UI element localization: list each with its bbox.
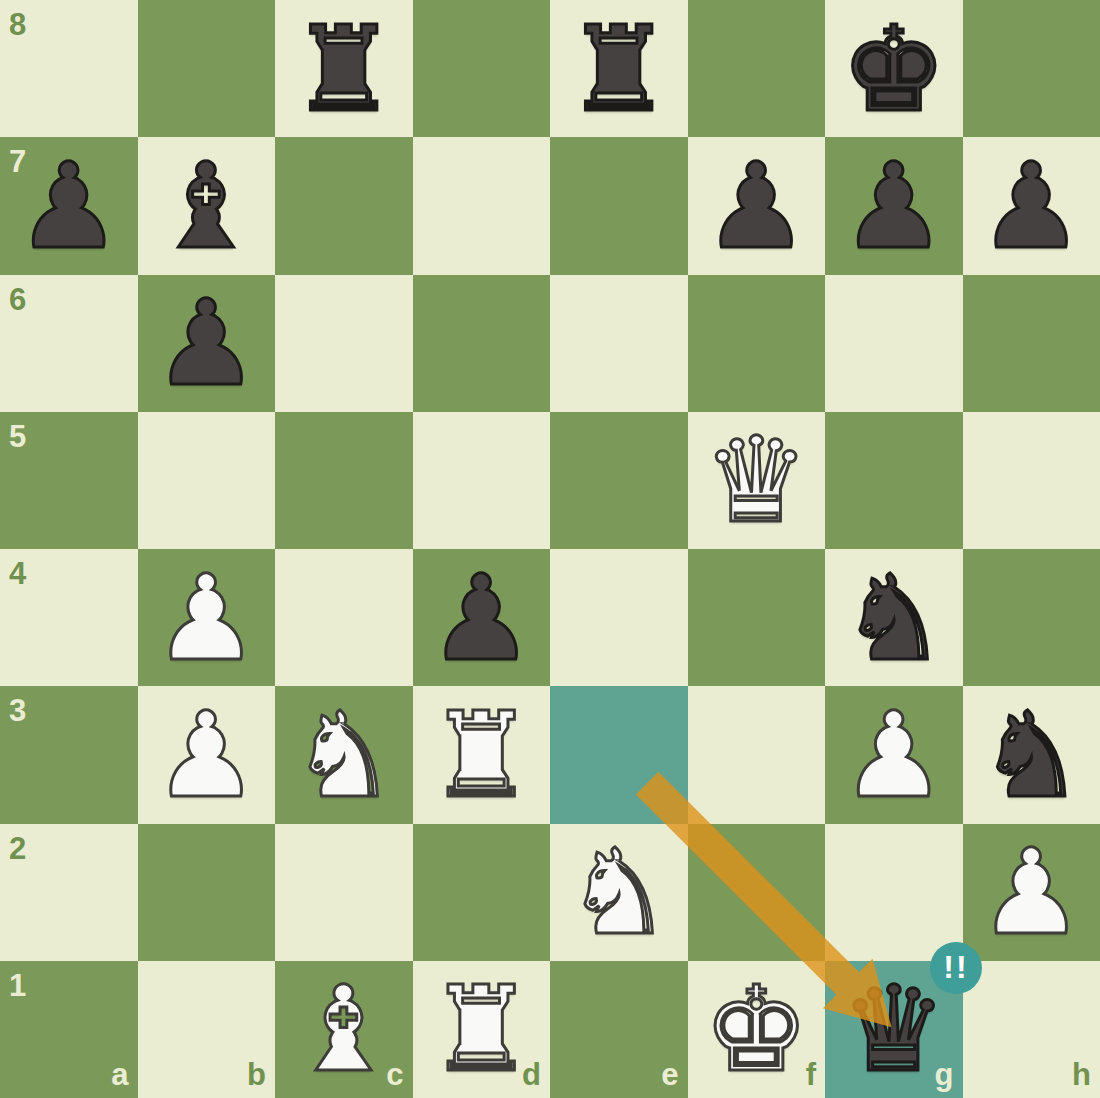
black-knight-h3[interactable]: ♞ [963, 686, 1100, 823]
square-h8[interactable] [963, 0, 1100, 137]
square-h7[interactable]: ♟ [963, 137, 1100, 274]
black-king-g8[interactable]: ♚ [825, 0, 963, 137]
square-e3[interactable] [550, 686, 688, 823]
file-label-f: f [806, 1057, 816, 1093]
square-g2[interactable] [825, 824, 963, 961]
black-rook-c8[interactable]: ♜ [275, 0, 413, 137]
black-pawn-b6[interactable]: ♟ [138, 275, 276, 412]
white-pawn-b4[interactable]: ♟ [138, 549, 276, 686]
square-b7[interactable]: ♝ [138, 137, 276, 274]
rank-label-7: 7 [9, 144, 26, 180]
square-c4[interactable] [275, 549, 413, 686]
square-h2[interactable]: ♟ [963, 824, 1100, 961]
square-f6[interactable] [688, 275, 826, 412]
file-label-c: c [386, 1057, 403, 1093]
square-h6[interactable] [963, 275, 1100, 412]
square-d2[interactable] [413, 824, 551, 961]
square-a1[interactable]: 1a [0, 961, 138, 1098]
square-a2[interactable]: 2 [0, 824, 138, 961]
square-e4[interactable] [550, 549, 688, 686]
file-label-g: g [935, 1057, 954, 1093]
square-b2[interactable] [138, 824, 276, 961]
rank-label-8: 8 [9, 7, 26, 43]
square-g6[interactable] [825, 275, 963, 412]
square-e8[interactable]: ♜ [550, 0, 688, 137]
square-b6[interactable]: ♟ [138, 275, 276, 412]
square-c1[interactable]: c♝ [275, 961, 413, 1098]
square-d4[interactable]: ♟ [413, 549, 551, 686]
white-pawn-h2[interactable]: ♟ [963, 824, 1100, 961]
square-b3[interactable]: ♟ [138, 686, 276, 823]
square-f5[interactable]: ♛ [688, 412, 826, 549]
square-f2[interactable] [688, 824, 826, 961]
square-c8[interactable]: ♜ [275, 0, 413, 137]
square-f4[interactable] [688, 549, 826, 686]
square-e5[interactable] [550, 412, 688, 549]
square-c5[interactable] [275, 412, 413, 549]
square-a5[interactable]: 5 [0, 412, 138, 549]
square-a8[interactable]: 8 [0, 0, 138, 137]
square-e1[interactable]: e [550, 961, 688, 1098]
square-c7[interactable] [275, 137, 413, 274]
rank-label-6: 6 [9, 282, 26, 318]
square-h5[interactable] [963, 412, 1100, 549]
file-label-b: b [247, 1057, 266, 1093]
rank-label-2: 2 [9, 831, 26, 867]
square-h4[interactable] [963, 549, 1100, 686]
square-d1[interactable]: d♜ [413, 961, 551, 1098]
file-label-d: d [522, 1057, 541, 1093]
square-b5[interactable] [138, 412, 276, 549]
square-g8[interactable]: ♚ [825, 0, 963, 137]
square-g3[interactable]: ♟ [825, 686, 963, 823]
black-rook-e8[interactable]: ♜ [550, 0, 688, 137]
chess-board-wrapper: 8♜♜♚7♟♝♟♟♟6♟5♛4♟♟♞3♟♞♜♟♞2♞♟1abc♝d♜ef♚g♛h… [0, 0, 1100, 1098]
white-knight-e2[interactable]: ♞ [550, 824, 688, 961]
square-a7[interactable]: 7♟ [0, 137, 138, 274]
square-g4[interactable]: ♞ [825, 549, 963, 686]
file-label-e: e [661, 1057, 678, 1093]
rank-label-3: 3 [9, 693, 26, 729]
rank-label-4: 4 [9, 556, 26, 592]
square-b1[interactable]: b [138, 961, 276, 1098]
rank-label-1: 1 [9, 968, 26, 1004]
black-pawn-g7[interactable]: ♟ [825, 137, 963, 274]
square-a6[interactable]: 6 [0, 275, 138, 412]
black-pawn-f7[interactable]: ♟ [688, 137, 826, 274]
white-rook-d3[interactable]: ♜ [413, 686, 551, 823]
square-c6[interactable] [275, 275, 413, 412]
square-g1[interactable]: g♛ [825, 961, 963, 1098]
square-f8[interactable] [688, 0, 826, 137]
square-b4[interactable]: ♟ [138, 549, 276, 686]
white-pawn-g3[interactable]: ♟ [825, 686, 963, 823]
square-f1[interactable]: f♚ [688, 961, 826, 1098]
square-b8[interactable] [138, 0, 276, 137]
square-h3[interactable]: ♞ [963, 686, 1100, 823]
white-queen-f5[interactable]: ♛ [688, 412, 826, 549]
black-pawn-d4[interactable]: ♟ [413, 549, 551, 686]
square-a4[interactable]: 4 [0, 549, 138, 686]
square-d3[interactable]: ♜ [413, 686, 551, 823]
square-f3[interactable] [688, 686, 826, 823]
rank-label-5: 5 [9, 419, 26, 455]
square-d6[interactable] [413, 275, 551, 412]
white-pawn-b3[interactable]: ♟ [138, 686, 276, 823]
square-g5[interactable] [825, 412, 963, 549]
black-bishop-b7[interactable]: ♝ [138, 137, 276, 274]
square-f7[interactable]: ♟ [688, 137, 826, 274]
square-g7[interactable]: ♟ [825, 137, 963, 274]
file-label-a: a [111, 1057, 128, 1093]
square-e7[interactable] [550, 137, 688, 274]
square-e2[interactable]: ♞ [550, 824, 688, 961]
chess-board: 8♜♜♚7♟♝♟♟♟6♟5♛4♟♟♞3♟♞♜♟♞2♞♟1abc♝d♜ef♚g♛h [0, 0, 1100, 1098]
white-knight-c3[interactable]: ♞ [275, 686, 413, 823]
square-c2[interactable] [275, 824, 413, 961]
square-d5[interactable] [413, 412, 551, 549]
file-label-h: h [1072, 1057, 1091, 1093]
square-a3[interactable]: 3 [0, 686, 138, 823]
white-king-f1[interactable]: ♚ [688, 961, 826, 1098]
square-e6[interactable] [550, 275, 688, 412]
square-h1[interactable]: h [963, 961, 1100, 1098]
square-d7[interactable] [413, 137, 551, 274]
black-knight-g4[interactable]: ♞ [825, 549, 963, 686]
black-pawn-h7[interactable]: ♟ [963, 137, 1100, 274]
square-c3[interactable]: ♞ [275, 686, 413, 823]
square-d8[interactable] [413, 0, 551, 137]
